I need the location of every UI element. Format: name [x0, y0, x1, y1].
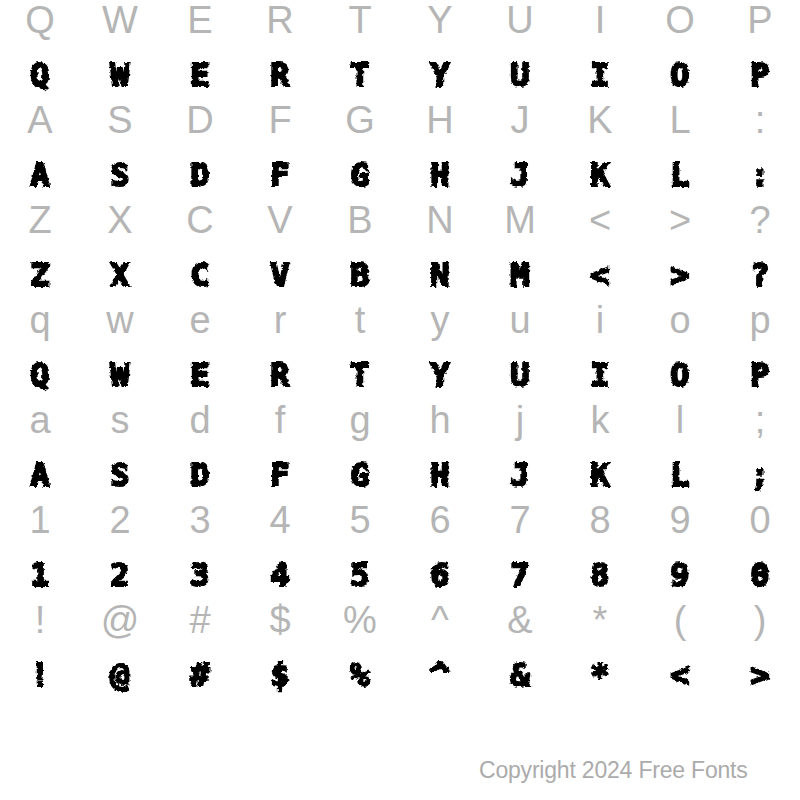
reference-row: !@#$%^&*() [0, 601, 800, 639]
reference-char: 7 [480, 501, 560, 539]
glyph-char: * [560, 657, 640, 693]
glyph-char: D [160, 157, 240, 193]
reference-char: T [320, 1, 400, 39]
reference-char: ! [0, 601, 80, 639]
glyph-row: ASDFGHJKL; [0, 457, 800, 493]
charmap-row-pair: ASDFGHJKL:ASDFGHJKL: [0, 100, 800, 200]
reference-char: U [480, 1, 560, 39]
character-map: QWERTYUIOPQWERTYUIOPASDFGHJKL:ASDFGHJKL:… [0, 0, 800, 700]
glyph-char: W [80, 57, 160, 93]
copyright-text: Copyright 2024 Free Fonts [479, 757, 748, 784]
glyph-char: U [480, 357, 560, 393]
reference-char: R [240, 1, 320, 39]
glyph-char: 7 [480, 557, 560, 593]
glyph-char: 3 [160, 557, 240, 593]
glyph-char: # [160, 657, 240, 693]
reference-row: 1234567890 [0, 501, 800, 539]
glyph-char: Q [0, 57, 80, 93]
reference-char: g [320, 401, 400, 439]
glyph-char: S [80, 457, 160, 493]
reference-char: % [320, 601, 400, 639]
reference-char: e [160, 301, 240, 339]
glyph-char: P [720, 357, 800, 393]
glyph-char: @ [80, 657, 160, 693]
reference-char: N [400, 201, 480, 239]
glyph-char: E [160, 357, 240, 393]
reference-char: 9 [640, 501, 720, 539]
reference-char: ^ [400, 601, 480, 639]
glyph-char: V [240, 257, 320, 293]
glyph-char: $ [240, 657, 320, 693]
glyph-row: ASDFGHJKL: [0, 157, 800, 193]
reference-char: 0 [720, 501, 800, 539]
reference-char: G [320, 101, 400, 139]
reference-char: J [480, 101, 560, 139]
reference-char: * [560, 601, 640, 639]
glyph-char: E [160, 57, 240, 93]
glyph-char: T [320, 57, 400, 93]
glyph-char: S [80, 157, 160, 193]
glyph-char: O [640, 357, 720, 393]
glyph-char: 0 [720, 557, 800, 593]
glyph-char: X [80, 257, 160, 293]
glyph-char: G [320, 457, 400, 493]
glyph-char: 4 [240, 557, 320, 593]
reference-row: ASDFGHJKL: [0, 101, 800, 139]
reference-char: A [0, 101, 80, 139]
reference-char: ; [720, 401, 800, 439]
reference-char: l [640, 401, 720, 439]
reference-char: P [720, 1, 800, 39]
glyph-char: 6 [400, 557, 480, 593]
glyph-char: > [640, 257, 720, 293]
reference-char: w [80, 301, 160, 339]
charmap-row-pair: asdfghjkl;ASDFGHJKL; [0, 400, 800, 500]
reference-char: : [720, 101, 800, 139]
glyph-char: R [240, 357, 320, 393]
reference-char: X [80, 201, 160, 239]
reference-char: @ [80, 601, 160, 639]
glyph-char: < [640, 657, 720, 693]
reference-char: 5 [320, 501, 400, 539]
reference-row: qwertyuiop [0, 301, 800, 339]
glyph-char: 8 [560, 557, 640, 593]
glyph-char: 9 [640, 557, 720, 593]
reference-char: j [480, 401, 560, 439]
glyph-char: 5 [320, 557, 400, 593]
reference-char: o [640, 301, 720, 339]
reference-char: K [560, 101, 640, 139]
reference-char: 1 [0, 501, 80, 539]
reference-char: H [400, 101, 480, 139]
glyph-char: J [480, 457, 560, 493]
reference-char: > [640, 201, 720, 239]
glyph-char: N [400, 257, 480, 293]
glyph-char: Y [400, 357, 480, 393]
reference-char: Z [0, 201, 80, 239]
glyph-char: A [0, 457, 80, 493]
glyph-row: QWERTYUIOP [0, 357, 800, 393]
reference-char: V [240, 201, 320, 239]
glyph-char: H [400, 157, 480, 193]
reference-char: u [480, 301, 560, 339]
reference-char: 2 [80, 501, 160, 539]
reference-char: M [480, 201, 560, 239]
glyph-row: QWERTYUIOP [0, 57, 800, 93]
reference-char: f [240, 401, 320, 439]
reference-char: t [320, 301, 400, 339]
charmap-row-pair: !@#$%^&*()!@#$%^&*<> [0, 600, 800, 700]
reference-char: i [560, 301, 640, 339]
reference-char: $ [240, 601, 320, 639]
glyph-char: : [720, 157, 800, 193]
reference-char: d [160, 401, 240, 439]
glyph-char: % [320, 657, 400, 693]
glyph-char: L [640, 457, 720, 493]
reference-char: k [560, 401, 640, 439]
glyph-char: O [640, 57, 720, 93]
glyph-char: K [560, 457, 640, 493]
glyph-char: K [560, 157, 640, 193]
reference-char: D [160, 101, 240, 139]
reference-char: I [560, 1, 640, 39]
glyph-char: W [80, 357, 160, 393]
glyph-char: B [320, 257, 400, 293]
reference-row: asdfghjkl; [0, 401, 800, 439]
reference-char: < [560, 201, 640, 239]
glyph-char: G [320, 157, 400, 193]
reference-char: C [160, 201, 240, 239]
glyph-char: & [480, 657, 560, 693]
glyph-row: 1234567890 [0, 557, 800, 593]
glyph-char: < [560, 257, 640, 293]
glyph-char: T [320, 357, 400, 393]
reference-char: s [80, 401, 160, 439]
reference-char: 8 [560, 501, 640, 539]
reference-char: 6 [400, 501, 480, 539]
reference-char: p [720, 301, 800, 339]
reference-char: ? [720, 201, 800, 239]
glyph-char: D [160, 457, 240, 493]
glyph-row: ZXCVBNM<>? [0, 257, 800, 293]
reference-char: Q [0, 1, 80, 39]
charmap-row-pair: 12345678901234567890 [0, 500, 800, 600]
reference-char: # [160, 601, 240, 639]
reference-char: q [0, 301, 80, 339]
glyph-char: 2 [80, 557, 160, 593]
glyph-char: F [240, 457, 320, 493]
glyph-char: A [0, 157, 80, 193]
reference-char: y [400, 301, 480, 339]
glyph-char: I [560, 357, 640, 393]
reference-char: 3 [160, 501, 240, 539]
reference-char: a [0, 401, 80, 439]
charmap-row-pair: ZXCVBNM<>?ZXCVBNM<>? [0, 200, 800, 300]
reference-row: QWERTYUIOP [0, 1, 800, 39]
reference-char: W [80, 1, 160, 39]
charmap-row-pair: qwertyuiopQWERTYUIOP [0, 300, 800, 400]
glyph-char: Q [0, 357, 80, 393]
reference-char: E [160, 1, 240, 39]
glyph-char: H [400, 457, 480, 493]
glyph-char: I [560, 57, 640, 93]
glyph-char: P [720, 57, 800, 93]
glyph-char: M [480, 257, 560, 293]
glyph-row: !@#$%^&*<> [0, 657, 800, 693]
glyph-char: J [480, 157, 560, 193]
reference-char: L [640, 101, 720, 139]
reference-char: & [480, 601, 560, 639]
glyph-char: L [640, 157, 720, 193]
reference-char: Y [400, 1, 480, 39]
glyph-char: 1 [0, 557, 80, 593]
glyph-char: > [720, 657, 800, 693]
reference-char: r [240, 301, 320, 339]
glyph-char: C [160, 257, 240, 293]
reference-char: F [240, 101, 320, 139]
glyph-char: ? [720, 257, 800, 293]
glyph-char: Y [400, 57, 480, 93]
reference-char: B [320, 201, 400, 239]
reference-row: ZXCVBNM<>? [0, 201, 800, 239]
reference-char: ) [720, 601, 800, 639]
glyph-char: U [480, 57, 560, 93]
reference-char: ( [640, 601, 720, 639]
glyph-char: ; [720, 457, 800, 493]
glyph-char: F [240, 157, 320, 193]
reference-char: 4 [240, 501, 320, 539]
reference-char: O [640, 1, 720, 39]
glyph-char: R [240, 57, 320, 93]
charmap-row-pair: QWERTYUIOPQWERTYUIOP [0, 0, 800, 100]
glyph-char: ! [0, 657, 80, 693]
glyph-char: Z [0, 257, 80, 293]
reference-char: S [80, 101, 160, 139]
reference-char: h [400, 401, 480, 439]
glyph-char: ^ [400, 657, 480, 693]
